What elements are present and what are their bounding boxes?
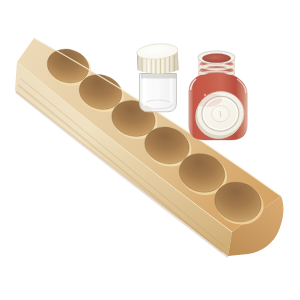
clear-jar <box>136 42 178 112</box>
glass-highlight <box>143 78 147 106</box>
paint-jar <box>189 51 248 142</box>
clear-jar-inner-shadow <box>141 74 176 79</box>
product-photo <box>0 0 300 300</box>
paint-speckle <box>239 130 242 133</box>
glass-highlight <box>170 78 173 104</box>
glass-highlight <box>154 80 160 104</box>
paint-surface <box>202 54 230 63</box>
scene-svg <box>0 0 300 300</box>
paint-speckle <box>204 94 206 96</box>
